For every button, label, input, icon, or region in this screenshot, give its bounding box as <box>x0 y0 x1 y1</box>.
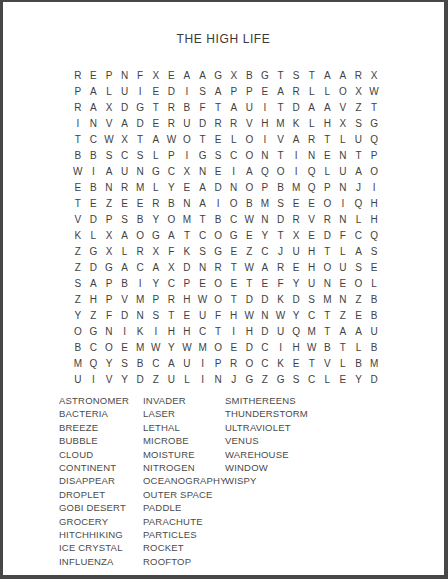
grid-cell: O <box>242 131 258 147</box>
grid-cell: Q <box>351 195 367 211</box>
grid-cell: P <box>226 83 242 99</box>
grid-cell: L <box>320 83 336 99</box>
grid-cell: A <box>117 260 133 276</box>
grid-cell: A <box>351 244 367 260</box>
word-item: WINDOW <box>225 461 345 474</box>
grid-cell: L <box>226 131 242 147</box>
grid-cell: M <box>320 292 336 308</box>
grid-cell: H <box>304 244 320 260</box>
grid-cell: X <box>101 227 117 243</box>
grid-cell: O <box>226 195 242 211</box>
grid-cell: A <box>179 67 195 83</box>
grid-cell: I <box>257 131 273 147</box>
grid-cell: E <box>117 195 133 211</box>
grid-cell: S <box>101 147 117 163</box>
grid-cell: O <box>351 276 367 292</box>
grid-cell: D <box>242 340 258 356</box>
grid-cell: T <box>320 131 336 147</box>
grid-cell: H <box>164 324 180 340</box>
grid-cell: F <box>101 308 117 324</box>
grid-cell: H <box>179 292 195 308</box>
grid-cell: R <box>273 260 289 276</box>
grid-cell: W <box>366 83 382 99</box>
grid-cell: C <box>132 260 148 276</box>
grid-cell: A <box>164 227 180 243</box>
grid-cell: O <box>320 260 336 276</box>
grid-cell: D <box>117 99 133 115</box>
grid-cell: R <box>117 179 133 195</box>
grid-cell: Q <box>366 131 382 147</box>
grid-cell: Y <box>148 211 164 227</box>
grid-cell: E <box>86 195 102 211</box>
grid-cell: V <box>70 211 86 227</box>
grid-cell: L <box>335 244 351 260</box>
grid-cell: N <box>335 179 351 195</box>
grid-cell: M <box>195 340 211 356</box>
grid-cell: E <box>132 195 148 211</box>
grid-cell: H <box>366 211 382 227</box>
grid-cell: T <box>210 324 226 340</box>
grid-cell: T <box>195 131 211 147</box>
grid-cell: V <box>335 99 351 115</box>
word-item: WISPY <box>225 474 345 487</box>
grid-cell: M <box>257 195 273 211</box>
grid-cell: Q <box>257 163 273 179</box>
word-item: LETHAL <box>143 421 225 434</box>
grid-cell: L <box>304 83 320 99</box>
grid-cell: O <box>210 227 226 243</box>
grid-cell: B <box>242 67 258 83</box>
grid-cell: S <box>366 244 382 260</box>
grid-cell: V <box>117 292 133 308</box>
grid-cell: B <box>320 340 336 356</box>
word-item: SMITHEREENS <box>225 394 345 407</box>
word-item: PARACHUTE <box>143 515 225 528</box>
grid-cell: N <box>195 260 211 276</box>
grid-cell: B <box>164 195 180 211</box>
word-item: THUNDERSTORM <box>225 407 345 420</box>
grid-cell: B <box>117 276 133 292</box>
grid-cell: B <box>70 147 86 163</box>
grid-cell: P <box>164 147 180 163</box>
grid-cell: X <box>164 260 180 276</box>
grid-cell: D <box>257 324 273 340</box>
grid-cell: T <box>273 227 289 243</box>
grid-cell: T <box>70 195 86 211</box>
grid-cell: R <box>164 292 180 308</box>
grid-cell: R <box>70 99 86 115</box>
grid-cell: T <box>132 131 148 147</box>
grid-cell: Y <box>257 227 273 243</box>
grid-cell: C <box>226 211 242 227</box>
grid-cell: Z <box>70 260 86 276</box>
word-item: MICROBE <box>143 434 225 447</box>
grid-cell: Z <box>351 292 367 308</box>
grid-cell: A <box>117 115 133 131</box>
grid-cell: S <box>273 195 289 211</box>
grid-cell: E <box>335 372 351 388</box>
grid-cell: T <box>226 260 242 276</box>
grid-cell: N <box>101 324 117 340</box>
grid-cell: H <box>320 115 336 131</box>
grid-cell: A <box>320 99 336 115</box>
grid-cell: L <box>366 276 382 292</box>
grid-cell: W <box>148 340 164 356</box>
word-item: MOISTURE <box>143 448 225 461</box>
grid-cell: D <box>257 292 273 308</box>
grid-cell: Y <box>117 372 133 388</box>
grid-cell: O <box>242 147 258 163</box>
grid-cell: L <box>351 211 367 227</box>
grid-cell: T <box>70 131 86 147</box>
grid-cell: R <box>164 115 180 131</box>
letter-grid: REPNFXEAAGXBGTSTAARXPALUIEDISAPPEARLLOXW… <box>70 67 382 388</box>
grid-cell: S <box>148 308 164 324</box>
grid-cell: R <box>288 83 304 99</box>
word-item: ULTRAVIOLET <box>225 421 345 434</box>
grid-cell: I <box>86 372 102 388</box>
grid-cell: V <box>242 115 258 131</box>
word-item: ROOFTOP <box>143 555 225 568</box>
grid-cell: I <box>148 324 164 340</box>
grid-cell: C <box>257 340 273 356</box>
grid-cell: E <box>210 131 226 147</box>
grid-cell: M <box>304 324 320 340</box>
grid-cell: Z <box>70 244 86 260</box>
grid-cell: I <box>273 340 289 356</box>
grid-cell: U <box>117 83 133 99</box>
word-item: BREEZE <box>59 421 143 434</box>
grid-cell: L <box>351 340 367 356</box>
grid-cell: C <box>304 308 320 324</box>
grid-cell: C <box>148 356 164 372</box>
grid-cell: C <box>117 147 133 163</box>
grid-cell: E <box>335 276 351 292</box>
grid-cell: B <box>366 292 382 308</box>
grid-cell: Y <box>164 179 180 195</box>
grid-cell: L <box>304 115 320 131</box>
grid-cell: T <box>335 340 351 356</box>
grid-cell: Y <box>148 276 164 292</box>
grid-cell: N <box>86 115 102 131</box>
grid-cell: W <box>70 163 86 179</box>
grid-cell: E <box>257 83 273 99</box>
word-item: OUTER SPACE <box>143 488 225 501</box>
grid-cell: G <box>366 115 382 131</box>
grid-cell: W <box>242 308 258 324</box>
grid-cell: Y <box>70 308 86 324</box>
word-item: BACTERIA <box>59 407 143 420</box>
grid-cell: O <box>273 163 289 179</box>
grid-cell: I <box>366 179 382 195</box>
grid-cell: N <box>335 147 351 163</box>
grid-cell: X <box>117 131 133 147</box>
grid-cell: P <box>179 276 195 292</box>
grid-cell: O <box>335 83 351 99</box>
grid-cell: B <box>351 356 367 372</box>
grid-cell: D <box>320 227 336 243</box>
grid-cell: A <box>351 163 367 179</box>
grid-cell: O <box>101 340 117 356</box>
grid-cell: D <box>273 211 289 227</box>
grid-cell: N <box>335 292 351 308</box>
grid-cell: T <box>226 292 242 308</box>
grid-cell: I <box>195 372 211 388</box>
grid-cell: A <box>195 179 211 195</box>
grid-cell: R <box>320 211 336 227</box>
grid-cell: U <box>179 115 195 131</box>
grid-cell: E <box>288 195 304 211</box>
grid-cell: X <box>288 227 304 243</box>
grid-cell: Q <box>304 163 320 179</box>
grid-cell: E <box>257 276 273 292</box>
grid-cell: T <box>320 244 336 260</box>
grid-cell: C <box>257 244 273 260</box>
grid-cell: D <box>288 99 304 115</box>
grid-cell: M <box>70 356 86 372</box>
grid-cell: R <box>226 356 242 372</box>
grid-cell: D <box>179 260 195 276</box>
grid-cell: E <box>226 244 242 260</box>
puzzle-title: THE HIGH LIFE <box>3 32 444 46</box>
grid-cell: Y <box>288 308 304 324</box>
grid-cell: Z <box>351 99 367 115</box>
grid-cell: R <box>288 211 304 227</box>
grid-cell: S <box>117 356 133 372</box>
grid-cell: D <box>242 292 258 308</box>
grid-cell: E <box>320 147 336 163</box>
grid-cell: O <box>210 292 226 308</box>
grid-cell: E <box>70 179 86 195</box>
grid-cell: D <box>86 211 102 227</box>
grid-cell: U <box>117 163 133 179</box>
word-item: DROPLET <box>59 488 143 501</box>
grid-cell: I <box>132 276 148 292</box>
grid-cell: M <box>132 340 148 356</box>
grid-cell: A <box>320 67 336 83</box>
grid-cell: D <box>117 308 133 324</box>
grid-cell: U <box>288 244 304 260</box>
grid-cell: A <box>164 356 180 372</box>
word-item: CLOUD <box>59 448 143 461</box>
grid-cell: Y <box>351 372 367 388</box>
grid-cell: T <box>273 67 289 83</box>
grid-cell: I <box>288 163 304 179</box>
grid-cell: I <box>335 195 351 211</box>
grid-cell: B <box>366 308 382 324</box>
grid-cell: I <box>195 356 211 372</box>
grid-cell: Y <box>164 340 180 356</box>
grid-cell: L <box>148 147 164 163</box>
grid-cell: O <box>179 131 195 147</box>
word-column: INVADERLASERLETHALMICROBEMOISTURENITROGE… <box>143 394 225 568</box>
grid-cell: N <box>132 163 148 179</box>
grid-cell: E <box>304 195 320 211</box>
grid-cell: C <box>304 372 320 388</box>
grid-cell: T <box>320 324 336 340</box>
grid-cell: O <box>70 324 86 340</box>
grid-cell: Z <box>101 195 117 211</box>
word-item: CONTINENT <box>59 461 143 474</box>
grid-cell: A <box>195 195 211 211</box>
grid-cell: A <box>86 83 102 99</box>
grid-cell: X <box>226 67 242 83</box>
grid-cell: O <box>242 179 258 195</box>
grid-cell: A <box>335 67 351 83</box>
word-item: LASER <box>143 407 225 420</box>
grid-cell: M <box>366 356 382 372</box>
grid-cell: P <box>257 179 273 195</box>
grid-cell: J <box>351 179 367 195</box>
grid-cell: S <box>351 115 367 131</box>
grid-cell: T <box>195 211 211 227</box>
grid-cell: X <box>148 67 164 83</box>
grid-cell: M <box>179 211 195 227</box>
grid-cell: P <box>101 67 117 83</box>
grid-cell: P <box>210 356 226 372</box>
grid-cell: P <box>148 292 164 308</box>
grid-cell: B <box>179 99 195 115</box>
grid-cell: U <box>179 356 195 372</box>
grid-cell: V <box>273 131 289 147</box>
grid-cell: E <box>288 356 304 372</box>
grid-cell: W <box>179 340 195 356</box>
grid-cell: X <box>351 83 367 99</box>
grid-cell: H <box>86 292 102 308</box>
grid-cell: U <box>304 276 320 292</box>
grid-cell: X <box>148 244 164 260</box>
word-item: INVADER <box>143 394 225 407</box>
grid-cell: Y <box>288 276 304 292</box>
grid-cell: R <box>164 99 180 115</box>
grid-cell: W <box>273 308 289 324</box>
grid-cell: E <box>179 308 195 324</box>
grid-cell: L <box>335 131 351 147</box>
grid-cell: E <box>148 83 164 99</box>
grid-cell: K <box>273 356 289 372</box>
grid-cell: A <box>210 83 226 99</box>
grid-cell: B <box>86 179 102 195</box>
grid-cell: D <box>86 260 102 276</box>
grid-cell: T <box>304 67 320 83</box>
word-item: PADDLE <box>143 501 225 514</box>
grid-cell: W <box>101 131 117 147</box>
grid-cell: I <box>179 83 195 99</box>
grid-cell: P <box>101 211 117 227</box>
word-item: OCEANOGRAPHY <box>143 474 225 487</box>
grid-cell: I <box>70 115 86 131</box>
grid-cell: C <box>86 131 102 147</box>
grid-cell: R <box>304 131 320 147</box>
grid-cell: E <box>117 340 133 356</box>
grid-cell: E <box>148 115 164 131</box>
grid-cell: A <box>304 99 320 115</box>
grid-cell: O <box>320 195 336 211</box>
grid-cell: N <box>226 179 242 195</box>
grid-cell: N <box>179 195 195 211</box>
grid-cell: L <box>101 83 117 99</box>
grid-cell: K <box>179 244 195 260</box>
grid-cell: C <box>257 356 273 372</box>
grid-cell: T <box>210 99 226 115</box>
grid-cell: W <box>242 260 258 276</box>
grid-cell: P <box>101 276 117 292</box>
grid-cell: S <box>70 276 86 292</box>
grid-cell: L <box>86 227 102 243</box>
grid-cell: G <box>101 260 117 276</box>
grid-cell: U <box>366 324 382 340</box>
grid-cell: N <box>304 147 320 163</box>
grid-cell: E <box>179 179 195 195</box>
grid-cell: R <box>210 260 226 276</box>
grid-cell: Q <box>288 324 304 340</box>
grid-cell: R <box>148 195 164 211</box>
grid-cell: N <box>320 276 336 292</box>
grid-cell: D <box>210 179 226 195</box>
grid-cell: D <box>288 292 304 308</box>
grid-cell: N <box>257 147 273 163</box>
word-item: BUBBLE <box>59 434 143 447</box>
grid-cell: Y <box>101 356 117 372</box>
grid-cell: E <box>242 227 258 243</box>
grid-cell: T <box>273 147 289 163</box>
word-item: ROCKET <box>143 541 225 554</box>
grid-cell: L <box>320 163 336 179</box>
grid-cell: B <box>366 340 382 356</box>
grid-cell: X <box>179 163 195 179</box>
grid-cell: P <box>366 147 382 163</box>
grid-cell: O <box>132 227 148 243</box>
grid-cell: T <box>164 308 180 324</box>
grid-cell: U <box>195 308 211 324</box>
grid-cell: A <box>351 324 367 340</box>
grid-cell: F <box>335 227 351 243</box>
grid-cell: O <box>242 356 258 372</box>
grid-cell: G <box>86 244 102 260</box>
grid-cell: I <box>257 99 273 115</box>
word-column: ASTRONOMERBACTERIABREEZEBUBBLECLOUDCONTI… <box>59 394 143 568</box>
grid-cell: P <box>242 83 258 99</box>
grid-cell: P <box>70 83 86 99</box>
grid-cell: D <box>164 83 180 99</box>
grid-cell: N <box>117 67 133 83</box>
grid-cell: A <box>335 324 351 340</box>
grid-cell: T <box>273 99 289 115</box>
grid-cell: V <box>101 115 117 131</box>
grid-cell: B <box>70 340 86 356</box>
grid-cell: I <box>226 324 242 340</box>
word-item: HITCHHIKING <box>59 528 143 541</box>
grid-cell: C <box>86 340 102 356</box>
grid-cell: A <box>117 227 133 243</box>
grid-cell: T <box>304 356 320 372</box>
grid-cell: G <box>257 67 273 83</box>
grid-cell: B <box>86 147 102 163</box>
word-item: DISAPPEAR <box>59 474 143 487</box>
grid-cell: W <box>242 211 258 227</box>
grid-cell: H <box>257 115 273 131</box>
grid-cell: E <box>226 276 242 292</box>
grid-cell: C <box>195 324 211 340</box>
puzzle-page: THE HIGH LIFE REPNFXEAAGXBGTSTAARXPALUIE… <box>0 0 448 579</box>
grid-cell: H <box>226 308 242 324</box>
grid-cell: F <box>273 276 289 292</box>
grid-cell: O <box>366 163 382 179</box>
grid-cell: S <box>117 211 133 227</box>
word-item: GOBI DESERT <box>59 501 143 514</box>
grid-cell: G <box>148 163 164 179</box>
grid-cell: Z <box>335 308 351 324</box>
